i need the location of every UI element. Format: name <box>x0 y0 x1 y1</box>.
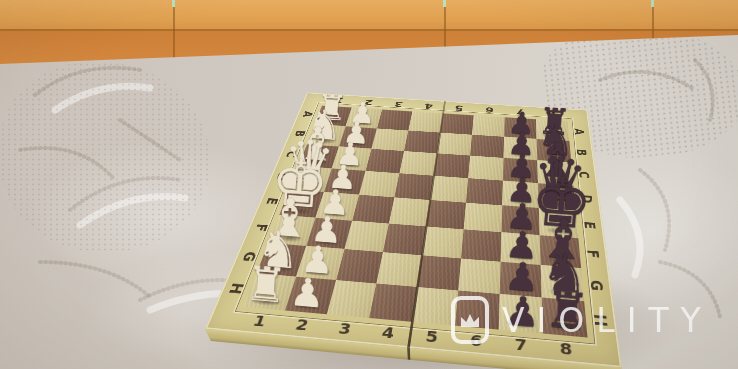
coord-top-6: 6 <box>485 105 494 114</box>
watermark-text: VIOLITY <box>502 304 713 337</box>
wall-lower-strip <box>0 31 738 70</box>
coord-bottom-1: 1 <box>251 312 269 331</box>
photo-scene: ♜♟♟♜♞♟♟♞♝♟♟♝♛♟♟♛♚♟♟♚♝♟♟♝♞♟♟♞♜♟♟♜ 11AA22B… <box>0 0 738 369</box>
coord-bottom-3: 3 <box>337 319 353 338</box>
coord-bottom-4: 4 <box>380 323 395 342</box>
hinge-seam <box>407 348 410 360</box>
panel-seam <box>652 0 654 64</box>
crown-icon <box>451 296 489 344</box>
piece-white-rook-h1: ♜ <box>243 259 288 310</box>
panel-seam <box>444 0 446 64</box>
watermark: VIOLITY <box>451 296 713 344</box>
piece-white-pawn-h2: ♟ <box>289 272 326 314</box>
coord-bottom-2: 2 <box>293 315 310 334</box>
coord-top-5: 5 <box>454 104 464 113</box>
orange-wall <box>0 0 738 70</box>
coord-top-4: 4 <box>424 102 434 111</box>
panel-seam <box>173 0 175 64</box>
coord-top-3: 3 <box>393 100 403 109</box>
cabinet-panels <box>0 0 738 30</box>
carpet-speckle-patch <box>0 62 210 252</box>
coord-bottom-5: 5 <box>425 327 439 346</box>
